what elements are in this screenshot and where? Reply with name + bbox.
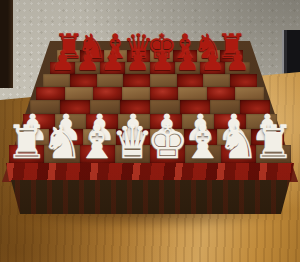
square-a2: [16, 129, 50, 145]
square-c5: [93, 87, 121, 100]
square-g8: [197, 50, 220, 62]
square-e2: [150, 129, 184, 145]
square-f1: [185, 145, 220, 163]
square-c4: [90, 100, 120, 114]
rank-7: [50, 62, 250, 74]
square-e7: [150, 62, 175, 74]
square-d3: [118, 114, 150, 129]
square-a6: [43, 74, 70, 87]
rank-8: [57, 50, 243, 62]
square-h5: [235, 87, 263, 100]
square-h3: [246, 114, 278, 129]
square-a5: [36, 87, 64, 100]
square-b8: [80, 50, 103, 62]
square-b5: [65, 87, 93, 100]
square-c6: [97, 74, 124, 87]
square-h4: [240, 100, 270, 114]
square-c1: [80, 145, 115, 163]
square-e3: [150, 114, 182, 129]
square-a3: [23, 114, 55, 129]
square-g6: [203, 74, 230, 87]
square-a7: [50, 62, 75, 74]
square-d6: [123, 74, 150, 87]
square-b6: [70, 74, 97, 87]
square-h7: [225, 62, 250, 74]
square-f8: [173, 50, 196, 62]
square-d2: [116, 129, 150, 145]
square-b1: [44, 145, 79, 163]
square-f7: [175, 62, 200, 74]
square-d5: [122, 87, 150, 100]
square-g2: [217, 129, 251, 145]
square-b2: [49, 129, 83, 145]
square-f5: [178, 87, 206, 100]
square-f3: [182, 114, 214, 129]
square-d8: [127, 50, 150, 62]
square-h2: [251, 129, 285, 145]
square-g3: [214, 114, 246, 129]
rank-2: [16, 129, 284, 145]
square-c3: [86, 114, 118, 129]
square-b4: [60, 100, 90, 114]
rank-1: [9, 145, 291, 163]
square-a4: [30, 100, 60, 114]
square-c8: [104, 50, 127, 62]
square-d4: [120, 100, 150, 114]
square-g5: [207, 87, 235, 100]
square-a1: [9, 145, 44, 163]
square-g4: [210, 100, 240, 114]
square-b3: [55, 114, 87, 129]
square-f4: [180, 100, 210, 114]
square-g1: [221, 145, 256, 163]
square-d1: [115, 145, 150, 163]
rank-3: [23, 114, 278, 129]
square-h1: [256, 145, 291, 163]
rank-4: [30, 100, 271, 114]
rank-6: [43, 74, 256, 87]
square-g7: [200, 62, 225, 74]
board-squares: [0, 0, 300, 262]
square-e1: [150, 145, 185, 163]
square-b7: [75, 62, 100, 74]
square-d7: [125, 62, 150, 74]
square-c2: [83, 129, 117, 145]
square-h8: [220, 50, 243, 62]
square-e5: [150, 87, 178, 100]
chess-photo-scene: ♜♞♝♛♚♝♞♜♟♟♟♟♟♟♟♟♟♟♟♟♟♟♟♟♜♞♝♛♚♝♞♜: [0, 0, 300, 262]
square-c7: [100, 62, 125, 74]
square-a8: [57, 50, 80, 62]
rank-5: [36, 87, 263, 100]
square-h6: [230, 74, 257, 87]
square-e4: [150, 100, 180, 114]
square-e6: [150, 74, 177, 87]
square-e8: [150, 50, 173, 62]
square-f2: [184, 129, 218, 145]
square-f6: [177, 74, 204, 87]
